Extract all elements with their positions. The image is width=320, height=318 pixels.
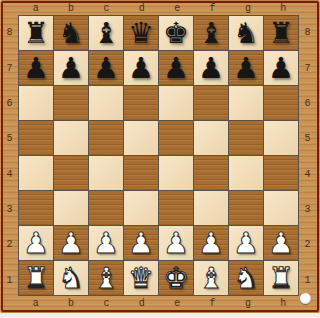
square-g4[interactable] xyxy=(229,156,263,190)
black-bishop-piece: ♝ xyxy=(93,16,119,50)
square-f4[interactable] xyxy=(194,156,228,190)
white-queen-piece: ♛ xyxy=(128,261,154,295)
board-frame: abcdefgh abcdefgh 87654321 87654321 ♜♞♝♛… xyxy=(0,0,320,313)
rank-label-right-2: 2 xyxy=(301,227,314,262)
square-d5[interactable] xyxy=(124,121,158,155)
square-a4[interactable] xyxy=(19,156,53,190)
file-label-top-d: d xyxy=(124,2,159,15)
square-e3[interactable] xyxy=(159,191,193,225)
square-g2[interactable]: ♟ xyxy=(229,226,263,260)
rank-label-left-8: 8 xyxy=(3,15,16,50)
square-c3[interactable] xyxy=(89,191,123,225)
square-d7[interactable]: ♟ xyxy=(124,51,158,85)
file-labels-top: abcdefgh xyxy=(18,2,301,15)
file-label-bottom-d: d xyxy=(124,297,159,310)
rank-labels-left: 87654321 xyxy=(3,15,16,298)
white-pawn-piece: ♟ xyxy=(128,226,154,260)
black-pawn-piece: ♟ xyxy=(198,51,224,85)
file-label-bottom-h: h xyxy=(266,297,301,310)
square-g8[interactable]: ♞ xyxy=(229,16,263,50)
square-f3[interactable] xyxy=(194,191,228,225)
square-g1[interactable]: ♞ xyxy=(229,261,263,295)
square-g5[interactable] xyxy=(229,121,263,155)
black-pawn-piece: ♟ xyxy=(233,51,259,85)
square-a8[interactable]: ♜ xyxy=(19,16,53,50)
black-pawn-piece: ♟ xyxy=(58,51,84,85)
square-f6[interactable] xyxy=(194,86,228,120)
black-pawn-piece: ♟ xyxy=(93,51,119,85)
black-pawn-piece: ♟ xyxy=(268,51,294,85)
square-f1[interactable]: ♝ xyxy=(194,261,228,295)
file-label-top-b: b xyxy=(53,2,88,15)
square-d3[interactable] xyxy=(124,191,158,225)
black-pawn-piece: ♟ xyxy=(163,51,189,85)
file-label-bottom-e: e xyxy=(160,297,195,310)
square-b5[interactable] xyxy=(54,121,88,155)
rank-label-left-1: 1 xyxy=(3,263,16,298)
white-rook-piece: ♜ xyxy=(23,261,49,295)
white-knight-piece: ♞ xyxy=(233,261,259,295)
square-a6[interactable] xyxy=(19,86,53,120)
white-pawn-piece: ♟ xyxy=(163,226,189,260)
square-g7[interactable]: ♟ xyxy=(229,51,263,85)
black-bishop-piece: ♝ xyxy=(198,16,224,50)
file-label-top-g: g xyxy=(230,2,265,15)
white-bishop-piece: ♝ xyxy=(93,261,119,295)
rank-label-right-6: 6 xyxy=(301,86,314,121)
square-a2[interactable]: ♟ xyxy=(19,226,53,260)
square-c7[interactable]: ♟ xyxy=(89,51,123,85)
black-knight-piece: ♞ xyxy=(58,16,84,50)
square-e2[interactable]: ♟ xyxy=(159,226,193,260)
board-grid: ♜♞♝♛♚♝♞♜♟♟♟♟♟♟♟♟♟♟♟♟♟♟♟♟♜♞♝♛♚♝♞♜ xyxy=(18,15,299,296)
white-rook-piece: ♜ xyxy=(268,261,294,295)
square-e7[interactable]: ♟ xyxy=(159,51,193,85)
square-d1[interactable]: ♛ xyxy=(124,261,158,295)
square-h5[interactable] xyxy=(264,121,298,155)
square-c2[interactable]: ♟ xyxy=(89,226,123,260)
file-label-bottom-g: g xyxy=(230,297,265,310)
square-h1[interactable]: ♜ xyxy=(264,261,298,295)
square-a7[interactable]: ♟ xyxy=(19,51,53,85)
rank-label-left-6: 6 xyxy=(3,86,16,121)
square-a5[interactable] xyxy=(19,121,53,155)
square-e8[interactable]: ♚ xyxy=(159,16,193,50)
black-knight-piece: ♞ xyxy=(233,16,259,50)
file-label-top-c: c xyxy=(89,2,124,15)
square-c8[interactable]: ♝ xyxy=(89,16,123,50)
white-pawn-piece: ♟ xyxy=(268,226,294,260)
rank-label-left-2: 2 xyxy=(3,227,16,262)
square-f2[interactable]: ♟ xyxy=(194,226,228,260)
rank-label-right-7: 7 xyxy=(301,50,314,85)
square-b3[interactable] xyxy=(54,191,88,225)
square-h4[interactable] xyxy=(264,156,298,190)
rank-label-right-5: 5 xyxy=(301,121,314,156)
square-b1[interactable]: ♞ xyxy=(54,261,88,295)
square-c4[interactable] xyxy=(89,156,123,190)
square-g3[interactable] xyxy=(229,191,263,225)
black-rook-piece: ♜ xyxy=(23,16,49,50)
file-label-bottom-c: c xyxy=(89,297,124,310)
square-d4[interactable] xyxy=(124,156,158,190)
square-a3[interactable] xyxy=(19,191,53,225)
square-h8[interactable]: ♜ xyxy=(264,16,298,50)
black-pawn-piece: ♟ xyxy=(23,51,49,85)
white-bishop-piece: ♝ xyxy=(198,261,224,295)
square-f8[interactable]: ♝ xyxy=(194,16,228,50)
square-b8[interactable]: ♞ xyxy=(54,16,88,50)
square-c1[interactable]: ♝ xyxy=(89,261,123,295)
file-label-top-f: f xyxy=(195,2,230,15)
white-pawn-piece: ♟ xyxy=(233,226,259,260)
rank-labels-right: 87654321 xyxy=(301,15,314,298)
white-pawn-piece: ♟ xyxy=(23,226,49,260)
black-queen-piece: ♛ xyxy=(128,16,154,50)
white-king-piece: ♚ xyxy=(163,261,189,295)
square-b7[interactable]: ♟ xyxy=(54,51,88,85)
square-h7[interactable]: ♟ xyxy=(264,51,298,85)
file-label-bottom-b: b xyxy=(53,297,88,310)
rank-label-left-7: 7 xyxy=(3,50,16,85)
square-g6[interactable] xyxy=(229,86,263,120)
square-f7[interactable]: ♟ xyxy=(194,51,228,85)
square-d2[interactable]: ♟ xyxy=(124,226,158,260)
rank-label-right-8: 8 xyxy=(301,15,314,50)
square-e5[interactable] xyxy=(159,121,193,155)
file-labels-bottom: abcdefgh xyxy=(18,297,301,310)
square-b4[interactable] xyxy=(54,156,88,190)
square-e6[interactable] xyxy=(159,86,193,120)
black-rook-piece: ♜ xyxy=(268,16,294,50)
white-knight-piece: ♞ xyxy=(58,261,84,295)
white-to-move-indicator xyxy=(300,293,311,304)
black-king-piece: ♚ xyxy=(163,16,189,50)
rank-label-left-4: 4 xyxy=(3,157,16,192)
square-e4[interactable] xyxy=(159,156,193,190)
rank-label-left-5: 5 xyxy=(3,121,16,156)
file-label-top-e: e xyxy=(160,2,195,15)
file-label-bottom-f: f xyxy=(195,297,230,310)
square-h6[interactable] xyxy=(264,86,298,120)
white-pawn-piece: ♟ xyxy=(58,226,84,260)
square-d6[interactable] xyxy=(124,86,158,120)
square-f5[interactable] xyxy=(194,121,228,155)
rank-label-right-3: 3 xyxy=(301,192,314,227)
square-h3[interactable] xyxy=(264,191,298,225)
rank-label-left-3: 3 xyxy=(3,192,16,227)
file-label-bottom-a: a xyxy=(18,297,53,310)
file-label-top-h: h xyxy=(266,2,301,15)
square-e1[interactable]: ♚ xyxy=(159,261,193,295)
square-d8[interactable]: ♛ xyxy=(124,16,158,50)
square-h2[interactable]: ♟ xyxy=(264,226,298,260)
square-c5[interactable] xyxy=(89,121,123,155)
square-b6[interactable] xyxy=(54,86,88,120)
white-pawn-piece: ♟ xyxy=(198,226,224,260)
file-label-top-a: a xyxy=(18,2,53,15)
square-c6[interactable] xyxy=(89,86,123,120)
rank-label-right-4: 4 xyxy=(301,157,314,192)
black-pawn-piece: ♟ xyxy=(128,51,154,85)
white-pawn-piece: ♟ xyxy=(93,226,119,260)
square-a1[interactable]: ♜ xyxy=(19,261,53,295)
square-b2[interactable]: ♟ xyxy=(54,226,88,260)
